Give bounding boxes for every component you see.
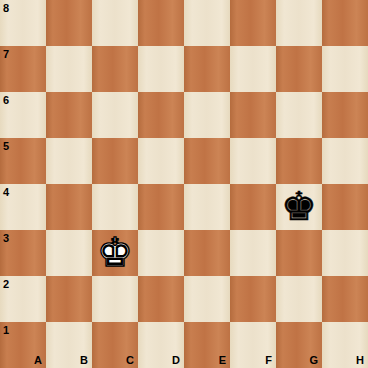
square-a4[interactable]: 4 [0, 184, 46, 230]
square-c2[interactable] [92, 276, 138, 322]
square-f8[interactable] [230, 0, 276, 46]
square-c7[interactable] [92, 46, 138, 92]
square-a1[interactable]: 1A [0, 322, 46, 368]
square-d7[interactable] [138, 46, 184, 92]
white-king[interactable]: ♚ [97, 230, 133, 275]
square-d6[interactable] [138, 92, 184, 138]
square-f3[interactable] [230, 230, 276, 276]
square-h1[interactable]: H [322, 322, 368, 368]
file-label-f: F [265, 355, 272, 366]
square-b2[interactable] [46, 276, 92, 322]
square-g8[interactable] [276, 0, 322, 46]
rank-label-1: 1 [3, 325, 9, 336]
square-c1[interactable]: C [92, 322, 138, 368]
rank-label-8: 8 [3, 3, 9, 14]
square-d3[interactable] [138, 230, 184, 276]
square-a2[interactable]: 2 [0, 276, 46, 322]
square-f7[interactable] [230, 46, 276, 92]
square-b6[interactable] [46, 92, 92, 138]
square-b7[interactable] [46, 46, 92, 92]
square-b4[interactable] [46, 184, 92, 230]
square-g4[interactable]: ♚ [276, 184, 322, 230]
square-a3[interactable]: 3 [0, 230, 46, 276]
square-b1[interactable]: B [46, 322, 92, 368]
square-b5[interactable] [46, 138, 92, 184]
square-a6[interactable]: 6 [0, 92, 46, 138]
rank-label-3: 3 [3, 233, 9, 244]
square-g1[interactable]: G [276, 322, 322, 368]
square-g2[interactable] [276, 276, 322, 322]
square-h5[interactable] [322, 138, 368, 184]
square-h8[interactable] [322, 0, 368, 46]
rank-label-4: 4 [3, 187, 9, 198]
square-f5[interactable] [230, 138, 276, 184]
square-d5[interactable] [138, 138, 184, 184]
file-label-c: C [126, 355, 134, 366]
square-a5[interactable]: 5 [0, 138, 46, 184]
square-a7[interactable]: 7 [0, 46, 46, 92]
file-label-e: E [219, 355, 226, 366]
square-h2[interactable] [322, 276, 368, 322]
square-f4[interactable] [230, 184, 276, 230]
square-f6[interactable] [230, 92, 276, 138]
square-h6[interactable] [322, 92, 368, 138]
square-e3[interactable] [184, 230, 230, 276]
square-e6[interactable] [184, 92, 230, 138]
rank-label-6: 6 [3, 95, 9, 106]
square-e1[interactable]: E [184, 322, 230, 368]
square-b3[interactable] [46, 230, 92, 276]
square-d4[interactable] [138, 184, 184, 230]
file-label-b: B [80, 355, 88, 366]
square-h7[interactable] [322, 46, 368, 92]
square-c4[interactable] [92, 184, 138, 230]
square-g7[interactable] [276, 46, 322, 92]
square-g3[interactable] [276, 230, 322, 276]
square-f2[interactable] [230, 276, 276, 322]
file-label-d: D [172, 355, 180, 366]
square-e5[interactable] [184, 138, 230, 184]
square-f1[interactable]: F [230, 322, 276, 368]
chess-board: 87654♚3♚21ABCDEFGH [0, 0, 368, 368]
square-h4[interactable] [322, 184, 368, 230]
square-d1[interactable]: D [138, 322, 184, 368]
square-c3[interactable]: ♚ [92, 230, 138, 276]
file-label-a: A [34, 355, 42, 366]
square-d8[interactable] [138, 0, 184, 46]
rank-label-2: 2 [3, 279, 9, 290]
rank-label-7: 7 [3, 49, 9, 60]
square-e4[interactable] [184, 184, 230, 230]
square-g5[interactable] [276, 138, 322, 184]
square-b8[interactable] [46, 0, 92, 46]
square-d2[interactable] [138, 276, 184, 322]
file-label-g: G [309, 355, 318, 366]
square-h3[interactable] [322, 230, 368, 276]
square-e2[interactable] [184, 276, 230, 322]
square-e8[interactable] [184, 0, 230, 46]
square-g6[interactable] [276, 92, 322, 138]
square-c5[interactable] [92, 138, 138, 184]
file-label-h: H [356, 355, 364, 366]
rank-label-5: 5 [3, 141, 9, 152]
square-a8[interactable]: 8 [0, 0, 46, 46]
square-c6[interactable] [92, 92, 138, 138]
black-king[interactable]: ♚ [281, 184, 317, 229]
square-e7[interactable] [184, 46, 230, 92]
square-c8[interactable] [92, 0, 138, 46]
